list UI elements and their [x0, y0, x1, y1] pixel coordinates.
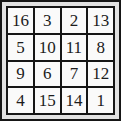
magic-square-frame: 16 3 2 13 5 10 11 8 9 6 7 12 4 15 14 1	[0, 0, 121, 121]
cell-r3c1: 15	[35, 88, 60, 113]
cell-r2c0: 9	[8, 62, 33, 87]
cell-r0c0: 16	[8, 8, 33, 33]
cell-r3c2: 14	[62, 88, 87, 113]
magic-square-board: 16 3 2 13 5 10 11 8 9 6 7 12 4 15 14 1	[6, 6, 115, 115]
cell-r1c3: 8	[88, 35, 113, 60]
cell-r0c3: 13	[88, 8, 113, 33]
cell-r3c0: 4	[8, 88, 33, 113]
cell-r0c2: 2	[62, 8, 87, 33]
cell-r2c1: 6	[35, 62, 60, 87]
cell-r1c0: 5	[8, 35, 33, 60]
cell-r1c2: 11	[62, 35, 87, 60]
cell-r0c1: 3	[35, 8, 60, 33]
cell-r3c3: 1	[88, 88, 113, 113]
cell-r2c3: 12	[88, 62, 113, 87]
cell-r1c1: 10	[35, 35, 60, 60]
cell-r2c2: 7	[62, 62, 87, 87]
